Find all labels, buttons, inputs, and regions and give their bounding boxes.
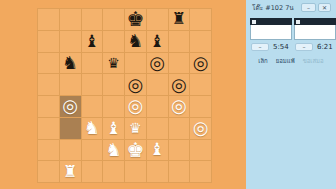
piece-white-bia-pawn[interactable]: ◎ — [171, 97, 187, 115]
player-panel-black — [294, 18, 336, 40]
piece-black-rua-rook[interactable]: ♜ — [172, 11, 186, 27]
action-button-1[interactable]: ยอมแพ้ — [276, 56, 295, 66]
square-b3[interactable] — [60, 118, 82, 140]
square-c4[interactable] — [82, 96, 104, 118]
square-d7[interactable] — [103, 31, 125, 53]
piece-black-bia-pawn[interactable]: ◎ — [149, 54, 165, 72]
piece-white-bia-pawn[interactable]: ◎ — [128, 97, 144, 115]
square-c7[interactable]: ♝ — [82, 31, 104, 53]
square-f1[interactable] — [147, 161, 169, 183]
square-e3[interactable]: ♛ — [125, 118, 147, 140]
piece-black-khon-bishop[interactable]: ♝ — [84, 33, 99, 50]
piece-white-khon-bishop[interactable]: ♝ — [106, 120, 121, 137]
square-f7[interactable]: ♝ — [147, 31, 169, 53]
action-buttons-row: เลิกยอมแพ้ขอเสมอ — [246, 56, 336, 66]
square-a3[interactable] — [38, 118, 60, 140]
square-h7[interactable] — [190, 31, 212, 53]
square-g1[interactable] — [169, 161, 191, 183]
player-panel-white — [250, 18, 292, 40]
piece-black-ma-knight[interactable]: ♞ — [127, 32, 143, 50]
square-g6[interactable] — [169, 53, 191, 75]
square-b5[interactable] — [60, 74, 82, 96]
square-c2[interactable] — [82, 140, 104, 162]
square-g2[interactable] — [169, 140, 191, 162]
piece-white-khon-bishop[interactable]: ♝ — [150, 141, 165, 158]
square-b8[interactable] — [60, 9, 82, 31]
player-option-button[interactable]: – — [295, 43, 313, 51]
clock-white: 5:54 — [273, 43, 289, 51]
square-g7[interactable] — [169, 31, 191, 53]
piece-white-rua-rook[interactable]: ♜ — [63, 164, 77, 180]
piece-white-khun-king[interactable]: ♚ — [126, 140, 144, 160]
square-h1[interactable] — [190, 161, 212, 183]
table-title: โต๊ะ #102 7น — [252, 3, 294, 13]
piece-white-ma-knight[interactable]: ♞ — [106, 141, 122, 159]
square-c5[interactable] — [82, 74, 104, 96]
square-h3[interactable]: ◎ — [190, 118, 212, 140]
square-h2[interactable] — [190, 140, 212, 162]
square-d3[interactable]: ♝ — [103, 118, 125, 140]
piece-black-bia-pawn[interactable]: ◎ — [193, 54, 209, 72]
square-e5[interactable]: ◎ — [125, 74, 147, 96]
clock-black: 6:21 — [317, 43, 333, 51]
player-info-area — [294, 25, 336, 40]
square-a4[interactable] — [38, 96, 60, 118]
square-b4[interactable]: ◎ — [60, 96, 82, 118]
piece-white-met-queen[interactable]: ♛ — [129, 121, 142, 135]
close-button[interactable]: ✕ — [318, 3, 331, 12]
player-controls-black: – 6:21 — [295, 43, 333, 51]
square-a6[interactable] — [38, 53, 60, 75]
square-c8[interactable] — [82, 9, 104, 31]
square-d5[interactable] — [103, 74, 125, 96]
square-e8[interactable]: ♚ — [125, 9, 147, 31]
piece-black-met-queen[interactable]: ♛ — [107, 56, 120, 70]
square-h6[interactable]: ◎ — [190, 53, 212, 75]
square-d6[interactable]: ♛ — [103, 53, 125, 75]
player-controls-white: – 5:54 — [251, 43, 289, 51]
square-h5[interactable] — [190, 74, 212, 96]
square-h8[interactable] — [190, 9, 212, 31]
square-f8[interactable] — [147, 9, 169, 31]
square-a1[interactable] — [38, 161, 60, 183]
square-f5[interactable] — [147, 74, 169, 96]
piece-black-bia-pawn[interactable]: ◎ — [128, 76, 144, 94]
square-f3[interactable] — [147, 118, 169, 140]
piece-black-khon-bishop[interactable]: ♝ — [150, 33, 165, 50]
square-b1[interactable]: ♜ — [60, 161, 82, 183]
square-e4[interactable]: ◎ — [125, 96, 147, 118]
square-e2[interactable]: ♚ — [125, 140, 147, 162]
square-a8[interactable] — [38, 9, 60, 31]
square-e7[interactable]: ♞ — [125, 31, 147, 53]
piece-black-bia-pawn[interactable]: ◎ — [171, 76, 187, 94]
player-option-button[interactable]: – — [251, 43, 269, 51]
square-c6[interactable] — [82, 53, 104, 75]
square-d4[interactable] — [103, 96, 125, 118]
square-b2[interactable] — [60, 140, 82, 162]
square-f4[interactable] — [147, 96, 169, 118]
player-header — [250, 18, 292, 25]
square-f2[interactable]: ♝ — [147, 140, 169, 162]
player-header — [294, 18, 336, 25]
action-button-0[interactable]: เลิก — [258, 56, 267, 66]
app-window: ♚♜♝♞♝♞♛◎◎◎◎◎◎◎♞♝♛◎♞♚♝♜ โต๊ะ #102 7น – ✕ … — [0, 0, 336, 189]
square-a5[interactable] — [38, 74, 60, 96]
square-e1[interactable] — [125, 161, 147, 183]
minimize-button[interactable]: – — [301, 3, 316, 12]
piece-black-khun-king[interactable]: ♚ — [126, 9, 144, 29]
square-d2[interactable]: ♞ — [103, 140, 125, 162]
square-e6[interactable] — [125, 53, 147, 75]
piece-black-ma-knight[interactable]: ♞ — [62, 54, 78, 72]
square-d8[interactable] — [103, 9, 125, 31]
piece-white-bia-pawn[interactable]: ◎ — [193, 119, 209, 137]
piece-white-bia-pawn[interactable]: ◎ — [62, 97, 78, 115]
square-a7[interactable] — [38, 31, 60, 53]
square-g8[interactable]: ♜ — [169, 9, 191, 31]
square-g5[interactable]: ◎ — [169, 74, 191, 96]
square-g4[interactable]: ◎ — [169, 96, 191, 118]
game-sidebar: โต๊ะ #102 7น – ✕ – 5:54 – 6:21 เลิกยอมแพ… — [246, 0, 336, 189]
square-d1[interactable] — [103, 161, 125, 183]
square-c1[interactable] — [82, 161, 104, 183]
square-b7[interactable] — [60, 31, 82, 53]
square-f6[interactable]: ◎ — [147, 53, 169, 75]
action-button-2: ขอเสมอ — [303, 56, 324, 66]
square-b6[interactable]: ♞ — [60, 53, 82, 75]
makruk-board: ♚♜♝♞♝♞♛◎◎◎◎◎◎◎♞♝♛◎♞♚♝♜ — [37, 8, 212, 183]
square-a2[interactable] — [38, 140, 60, 162]
square-c3[interactable]: ♞ — [82, 118, 104, 140]
player-flag-icon — [296, 20, 300, 24]
piece-white-ma-knight[interactable]: ♞ — [84, 119, 100, 137]
player-flag-icon — [252, 20, 256, 24]
square-h4[interactable] — [190, 96, 212, 118]
player-info-area — [250, 25, 292, 40]
square-g3[interactable] — [169, 118, 191, 140]
